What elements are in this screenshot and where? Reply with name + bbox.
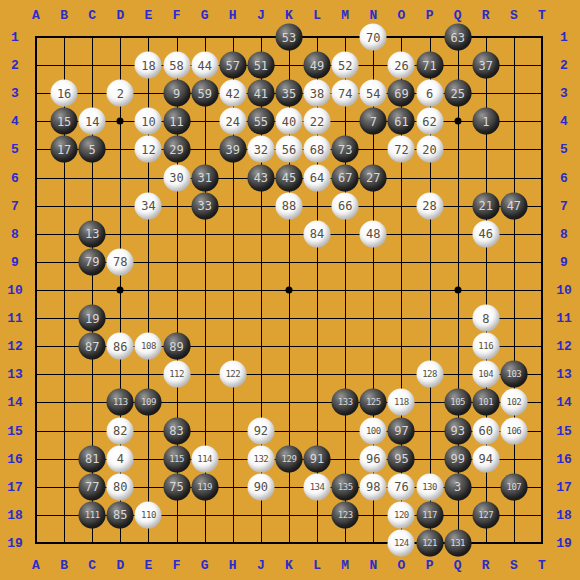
stone-O15: 97 [388, 417, 415, 444]
row-label-left: 15 [7, 424, 23, 437]
stone-O18: 120 [388, 501, 415, 528]
stone-L16: 91 [304, 445, 331, 472]
stone-F17: 75 [163, 473, 190, 500]
column-label-top: L [313, 9, 321, 22]
stone-P2: 71 [416, 52, 443, 79]
column-label-bottom: O [398, 559, 406, 572]
column-label-top: B [60, 9, 68, 22]
stone-move-number: 13 [85, 228, 99, 240]
stone-move-number: 116 [478, 342, 493, 351]
stone-move-number: 37 [479, 59, 493, 71]
stone-move-number: 123 [338, 510, 353, 519]
stone-move-number: 125 [366, 398, 381, 407]
row-label-left: 17 [7, 480, 23, 493]
stone-L4: 22 [304, 108, 331, 135]
column-label-bottom: R [482, 559, 490, 572]
stone-J4: 55 [247, 108, 274, 135]
row-label-right: 15 [556, 424, 572, 437]
row-label-right: 6 [560, 171, 568, 184]
stone-K7: 88 [275, 192, 302, 219]
column-label-bottom: E [145, 559, 153, 572]
row-label-left: 16 [7, 452, 23, 465]
stone-M18: 123 [332, 501, 359, 528]
stone-move-number: 122 [225, 370, 240, 379]
stone-move-number: 130 [422, 482, 437, 491]
stone-L2: 49 [304, 52, 331, 79]
column-label-top: J [257, 9, 265, 22]
stone-E5: 12 [135, 136, 162, 163]
stone-M2: 52 [332, 52, 359, 79]
stone-G7: 33 [191, 192, 218, 219]
stone-move-number: 108 [141, 342, 156, 351]
stone-move-number: 70 [366, 31, 380, 43]
stone-L8: 84 [304, 220, 331, 247]
row-label-right: 7 [560, 199, 568, 212]
stone-C16: 81 [79, 445, 106, 472]
stone-move-number: 121 [422, 538, 437, 547]
stone-move-number: 133 [338, 398, 353, 407]
row-label-left: 2 [11, 59, 19, 72]
row-label-left: 7 [11, 199, 19, 212]
stone-move-number: 104 [478, 370, 493, 379]
stone-R11: 8 [472, 305, 499, 332]
stone-move-number: 4 [117, 453, 124, 465]
row-label-left: 12 [7, 340, 23, 353]
stone-move-number: 97 [394, 425, 408, 437]
stone-J16: 132 [247, 445, 274, 472]
stone-move-number: 113 [113, 398, 128, 407]
stone-move-number: 27 [366, 172, 380, 184]
stone-R2: 37 [472, 52, 499, 79]
stone-move-number: 55 [254, 115, 268, 127]
stone-move-number: 84 [310, 228, 324, 240]
column-label-bottom: F [173, 559, 181, 572]
stone-F12: 89 [163, 333, 190, 360]
stone-move-number: 56 [282, 143, 296, 155]
stone-N15: 100 [360, 417, 387, 444]
column-label-top: G [201, 9, 209, 22]
stone-move-number: 48 [366, 228, 380, 240]
column-label-bottom: B [60, 559, 68, 572]
stone-P13: 128 [416, 361, 443, 388]
stone-move-number: 80 [113, 481, 127, 493]
stone-move-number: 134 [310, 482, 325, 491]
column-label-top: H [229, 9, 237, 22]
row-label-right: 4 [560, 115, 568, 128]
stone-move-number: 20 [422, 143, 436, 155]
column-label-top: R [482, 9, 490, 22]
stone-N6: 27 [360, 164, 387, 191]
row-label-left: 6 [11, 171, 19, 184]
star-point-K10 [285, 286, 292, 293]
stone-D16: 4 [107, 445, 134, 472]
stone-R12: 116 [472, 333, 499, 360]
stone-K1: 53 [275, 24, 302, 51]
stone-J2: 51 [247, 52, 274, 79]
stone-move-number: 39 [226, 143, 240, 155]
stone-move-number: 129 [282, 454, 297, 463]
column-label-top: Q [454, 9, 462, 22]
stone-Q19: 131 [444, 529, 471, 556]
row-label-left: 9 [11, 255, 19, 268]
stone-move-number: 9 [173, 87, 180, 99]
stone-H3: 42 [219, 80, 246, 107]
stone-move-number: 31 [197, 172, 211, 184]
stone-K6: 45 [275, 164, 302, 191]
stone-move-number: 76 [394, 481, 408, 493]
stone-move-number: 51 [254, 59, 268, 71]
stone-R16: 94 [472, 445, 499, 472]
stone-move-number: 46 [479, 228, 493, 240]
stone-L3: 38 [304, 80, 331, 107]
grid-line-vertical [541, 36, 543, 544]
stone-move-number: 41 [254, 87, 268, 99]
stone-F3: 9 [163, 80, 190, 107]
stone-D3: 2 [107, 80, 134, 107]
stone-R15: 60 [472, 417, 499, 444]
column-label-top: M [341, 9, 349, 22]
column-label-top: P [426, 9, 434, 22]
stone-E14: 109 [135, 389, 162, 416]
stone-Q15: 93 [444, 417, 471, 444]
stone-L17: 134 [304, 473, 331, 500]
stone-B4: 15 [51, 108, 78, 135]
star-point-D4 [117, 118, 124, 125]
stone-move-number: 33 [197, 200, 211, 212]
stone-E18: 110 [135, 501, 162, 528]
stone-move-number: 49 [310, 59, 324, 71]
stone-move-number: 14 [85, 115, 99, 127]
stone-O2: 26 [388, 52, 415, 79]
stone-G17: 119 [191, 473, 218, 500]
stone-move-number: 112 [169, 370, 184, 379]
stone-E7: 34 [135, 192, 162, 219]
stone-move-number: 79 [85, 256, 99, 268]
row-label-right: 1 [560, 31, 568, 44]
stone-move-number: 105 [450, 398, 465, 407]
column-label-bottom: S [510, 559, 518, 572]
stone-F13: 112 [163, 361, 190, 388]
stone-move-number: 45 [282, 172, 296, 184]
stone-move-number: 66 [338, 200, 352, 212]
stone-move-number: 99 [450, 453, 464, 465]
column-label-top: F [173, 9, 181, 22]
column-label-top: D [116, 9, 124, 22]
grid-line-vertical [514, 36, 515, 544]
stone-O19: 124 [388, 529, 415, 556]
stone-move-number: 132 [253, 454, 268, 463]
stone-move-number: 16 [57, 87, 71, 99]
star-point-Q10 [454, 286, 461, 293]
row-label-right: 18 [556, 508, 572, 521]
column-label-top: K [285, 9, 293, 22]
stone-F16: 115 [163, 445, 190, 472]
stone-move-number: 15 [57, 115, 71, 127]
column-label-bottom: L [313, 559, 321, 572]
stone-N1: 70 [360, 24, 387, 51]
stone-P3: 6 [416, 80, 443, 107]
stone-L6: 64 [304, 164, 331, 191]
row-label-right: 3 [560, 87, 568, 100]
stone-R13: 104 [472, 361, 499, 388]
stone-move-number: 115 [169, 454, 184, 463]
stone-move-number: 119 [197, 482, 212, 491]
stone-move-number: 87 [85, 340, 99, 352]
stone-move-number: 73 [338, 143, 352, 155]
stone-S17: 107 [500, 473, 527, 500]
column-label-bottom: Q [454, 559, 462, 572]
stone-move-number: 22 [310, 115, 324, 127]
grid-line-horizontal [35, 318, 543, 319]
stone-Q1: 63 [444, 24, 471, 51]
column-label-top: T [538, 9, 546, 22]
stone-move-number: 88 [282, 200, 296, 212]
stone-move-number: 95 [394, 453, 408, 465]
stone-R7: 21 [472, 192, 499, 219]
stone-H13: 122 [219, 361, 246, 388]
stone-J3: 41 [247, 80, 274, 107]
stone-move-number: 38 [310, 87, 324, 99]
stone-move-number: 1 [482, 115, 489, 127]
row-label-right: 5 [560, 143, 568, 156]
stone-move-number: 72 [394, 143, 408, 155]
stone-P7: 28 [416, 192, 443, 219]
stone-move-number: 74 [338, 87, 352, 99]
stone-B3: 16 [51, 80, 78, 107]
column-label-top: C [88, 9, 96, 22]
row-label-left: 5 [11, 143, 19, 156]
stone-move-number: 32 [254, 143, 268, 155]
row-label-right: 14 [556, 396, 572, 409]
stone-K5: 56 [275, 136, 302, 163]
row-label-right: 11 [556, 312, 572, 325]
stone-move-number: 107 [506, 482, 521, 491]
row-label-left: 1 [11, 31, 19, 44]
stone-Q3: 25 [444, 80, 471, 107]
stone-C17: 77 [79, 473, 106, 500]
stone-F15: 83 [163, 417, 190, 444]
stone-F6: 30 [163, 164, 190, 191]
row-label-right: 12 [556, 340, 572, 353]
stone-move-number: 18 [141, 59, 155, 71]
stone-H4: 24 [219, 108, 246, 135]
column-label-bottom: P [426, 559, 434, 572]
column-label-top: N [369, 9, 377, 22]
stone-J6: 43 [247, 164, 274, 191]
stone-D17: 80 [107, 473, 134, 500]
stone-move-number: 111 [85, 510, 100, 519]
stone-move-number: 131 [450, 538, 465, 547]
stone-move-number: 127 [478, 510, 493, 519]
stone-M17: 135 [332, 473, 359, 500]
stone-move-number: 91 [310, 453, 324, 465]
stone-move-number: 28 [422, 200, 436, 212]
column-label-top: S [510, 9, 518, 22]
stone-B5: 17 [51, 136, 78, 163]
row-label-right: 10 [556, 283, 572, 296]
stone-move-number: 124 [394, 538, 409, 547]
stone-move-number: 11 [169, 115, 183, 127]
column-label-bottom: G [201, 559, 209, 572]
stone-K3: 35 [275, 80, 302, 107]
column-label-bottom: M [341, 559, 349, 572]
stone-Q17: 3 [444, 473, 471, 500]
row-label-right: 17 [556, 480, 572, 493]
stone-D9: 78 [107, 248, 134, 275]
stone-move-number: 68 [310, 143, 324, 155]
column-label-top: E [145, 9, 153, 22]
stone-move-number: 52 [338, 59, 352, 71]
row-label-right: 19 [556, 536, 572, 549]
stone-D15: 82 [107, 417, 134, 444]
stone-move-number: 69 [394, 87, 408, 99]
row-label-left: 14 [7, 396, 23, 409]
stone-M14: 133 [332, 389, 359, 416]
stone-move-number: 12 [141, 143, 155, 155]
go-board-page: AABBCCDDEEFFGGHHJJKKLLMMNNOOPPQQRRSSTT11… [0, 0, 580, 580]
row-label-left: 18 [7, 508, 23, 521]
stone-move-number: 43 [254, 172, 268, 184]
stone-P19: 121 [416, 529, 443, 556]
grid-line-vertical [345, 36, 346, 544]
stone-G3: 59 [191, 80, 218, 107]
stone-C5: 5 [79, 136, 106, 163]
stone-move-number: 24 [226, 115, 240, 127]
stone-move-number: 110 [141, 510, 156, 519]
stone-move-number: 92 [254, 425, 268, 437]
stone-M5: 73 [332, 136, 359, 163]
stone-move-number: 8 [482, 312, 489, 324]
stone-move-number: 93 [450, 425, 464, 437]
stone-R14: 101 [472, 389, 499, 416]
stone-C9: 79 [79, 248, 106, 275]
row-label-left: 19 [7, 536, 23, 549]
stone-G6: 31 [191, 164, 218, 191]
stone-move-number: 67 [338, 172, 352, 184]
stone-move-number: 106 [506, 426, 521, 435]
row-label-left: 8 [11, 227, 19, 240]
stone-move-number: 100 [366, 426, 381, 435]
stone-Q14: 105 [444, 389, 471, 416]
stone-move-number: 47 [507, 200, 521, 212]
stone-move-number: 21 [479, 200, 493, 212]
stone-L5: 68 [304, 136, 331, 163]
stone-move-number: 54 [366, 87, 380, 99]
stone-G2: 44 [191, 52, 218, 79]
row-label-right: 2 [560, 59, 568, 72]
stone-D12: 86 [107, 333, 134, 360]
column-label-top: A [32, 9, 40, 22]
row-label-left: 4 [11, 115, 19, 128]
stone-H2: 57 [219, 52, 246, 79]
stone-C8: 13 [79, 220, 106, 247]
stone-N4: 7 [360, 108, 387, 135]
stone-F5: 29 [163, 136, 190, 163]
stone-R8: 46 [472, 220, 499, 247]
stone-C12: 87 [79, 333, 106, 360]
row-label-left: 11 [7, 312, 23, 325]
stone-J17: 90 [247, 473, 274, 500]
column-label-bottom: K [285, 559, 293, 572]
stone-move-number: 59 [197, 87, 211, 99]
stone-move-number: 64 [310, 172, 324, 184]
stone-E2: 18 [135, 52, 162, 79]
stone-move-number: 44 [197, 59, 211, 71]
stone-D14: 113 [107, 389, 134, 416]
stone-P5: 20 [416, 136, 443, 163]
stone-move-number: 40 [282, 115, 296, 127]
stone-S14: 102 [500, 389, 527, 416]
stone-M7: 66 [332, 192, 359, 219]
star-point-D10 [117, 286, 124, 293]
stone-move-number: 135 [338, 482, 353, 491]
stone-move-number: 6 [426, 87, 433, 99]
stone-move-number: 63 [450, 31, 464, 43]
stone-move-number: 75 [169, 481, 183, 493]
stone-move-number: 96 [366, 453, 380, 465]
stone-move-number: 57 [226, 59, 240, 71]
row-label-left: 3 [11, 87, 19, 100]
stone-move-number: 98 [366, 481, 380, 493]
stone-J5: 32 [247, 136, 274, 163]
star-point-Q4 [454, 118, 461, 125]
column-label-bottom: N [369, 559, 377, 572]
stone-move-number: 29 [169, 143, 183, 155]
stone-F4: 11 [163, 108, 190, 135]
column-label-bottom: H [229, 559, 237, 572]
stone-move-number: 19 [85, 312, 99, 324]
stone-C11: 19 [79, 305, 106, 332]
stone-H5: 39 [219, 136, 246, 163]
stone-move-number: 85 [113, 509, 127, 521]
stone-C18: 111 [79, 501, 106, 528]
stone-move-number: 60 [479, 425, 493, 437]
stone-move-number: 117 [422, 510, 437, 519]
stone-move-number: 58 [169, 59, 183, 71]
stone-move-number: 17 [57, 143, 71, 155]
stone-move-number: 30 [169, 172, 183, 184]
stone-N14: 125 [360, 389, 387, 416]
row-label-right: 9 [560, 255, 568, 268]
stone-move-number: 35 [282, 87, 296, 99]
stone-move-number: 90 [254, 481, 268, 493]
stone-move-number: 78 [113, 256, 127, 268]
stone-move-number: 120 [394, 510, 409, 519]
stone-S7: 47 [500, 192, 527, 219]
stone-Q16: 99 [444, 445, 471, 472]
stone-P4: 62 [416, 108, 443, 135]
column-label-bottom: T [538, 559, 546, 572]
stone-S15: 106 [500, 417, 527, 444]
stone-move-number: 114 [197, 454, 212, 463]
stone-move-number: 25 [450, 87, 464, 99]
stone-move-number: 101 [478, 398, 493, 407]
row-label-left: 10 [7, 283, 23, 296]
stone-move-number: 7 [370, 115, 377, 127]
column-label-top: O [398, 9, 406, 22]
stone-M3: 74 [332, 80, 359, 107]
stone-P18: 117 [416, 501, 443, 528]
stone-move-number: 5 [89, 143, 96, 155]
stone-move-number: 118 [394, 398, 409, 407]
stone-N8: 48 [360, 220, 387, 247]
column-label-bottom: C [88, 559, 96, 572]
stone-K4: 40 [275, 108, 302, 135]
stone-move-number: 86 [113, 340, 127, 352]
stone-J15: 92 [247, 417, 274, 444]
stone-move-number: 71 [422, 59, 436, 71]
stone-R4: 1 [472, 108, 499, 135]
